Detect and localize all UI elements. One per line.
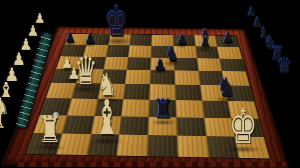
square-g3[interactable] [202, 100, 232, 117]
captured-black-bishop-2: ♝ [258, 25, 270, 40]
square-d8[interactable] [130, 34, 152, 45]
square-f4[interactable] [175, 85, 202, 101]
square-f6[interactable] [174, 58, 198, 71]
captured-black-rook-4: ♜ [271, 46, 285, 64]
captured-white-bishop-5: ♝ [0, 79, 14, 100]
square-d1[interactable] [117, 135, 148, 156]
captured-white-pawn-2: ♟ [20, 36, 33, 52]
square-e4[interactable] [149, 84, 175, 100]
captured-black-knight-3: ♞ [264, 35, 277, 52]
square-c6[interactable] [103, 57, 128, 70]
square-b7[interactable] [83, 45, 108, 57]
board-grid [24, 33, 271, 159]
captured-black-queen-5: ♛ [277, 56, 293, 77]
captured-white-pawn-4: ♟ [5, 66, 19, 84]
square-c1[interactable] [86, 134, 119, 155]
square-d5[interactable] [125, 70, 150, 84]
score-stick-knob [53, 112, 59, 118]
square-f3[interactable] [175, 100, 203, 117]
square-b1[interactable] [56, 134, 90, 155]
captured-white-rook-7: ♜ [0, 108, 7, 133]
square-c8[interactable] [108, 34, 131, 45]
captured-black-pawn-0: ♟ [247, 5, 257, 18]
captured-black-pawn-1: ♟ [253, 15, 264, 29]
square-d2[interactable] [119, 116, 149, 135]
captured-white-pawn-1: ♟ [27, 23, 39, 38]
square-g6[interactable] [197, 58, 222, 71]
square-b3[interactable] [67, 98, 97, 115]
square-c4[interactable] [97, 83, 125, 99]
square-h5[interactable] [222, 71, 250, 85]
square-e6[interactable] [150, 57, 174, 70]
square-g8[interactable] [194, 35, 217, 46]
square-f8[interactable] [173, 35, 195, 46]
square-g2[interactable] [204, 117, 235, 136]
square-c3[interactable] [94, 99, 123, 116]
square-c2[interactable] [90, 116, 121, 135]
square-h6[interactable] [219, 58, 245, 71]
square-d4[interactable] [123, 84, 150, 100]
square-c5[interactable] [100, 70, 126, 84]
square-f7[interactable] [173, 46, 196, 58]
captured-white-knight-6: ♞ [0, 94, 10, 117]
square-h3[interactable] [228, 101, 259, 119]
square-f5[interactable] [174, 71, 199, 85]
square-g5[interactable] [198, 71, 225, 85]
square-c7[interactable] [106, 45, 130, 57]
square-d3[interactable] [121, 99, 149, 116]
square-e7[interactable] [151, 46, 174, 58]
square-h2[interactable] [231, 118, 264, 137]
captured-white-pawn-0: ♟ [35, 11, 46, 25]
captured-white-pawn-3: ♟ [12, 51, 25, 68]
square-d6[interactable] [127, 57, 151, 70]
square-h8[interactable] [215, 36, 239, 47]
square-g7[interactable] [195, 46, 219, 58]
square-e5[interactable] [150, 70, 175, 84]
chess-game-scene: ♚♟♟♟♝♟♞♟♞♜♟♟♛♞♝♜♚♟♟♟♟♟♝♞♜♟♟♝♞♜♛ [0, 0, 300, 168]
square-h4[interactable] [225, 85, 254, 101]
square-f1[interactable] [177, 136, 208, 158]
square-h1[interactable] [235, 137, 270, 159]
square-b8[interactable] [86, 34, 110, 45]
square-d7[interactable] [128, 45, 151, 57]
square-e3[interactable] [149, 100, 176, 117]
square-e1[interactable] [147, 135, 178, 156]
square-e8[interactable] [151, 35, 173, 46]
square-b5[interactable] [76, 69, 103, 83]
square-h7[interactable] [217, 46, 242, 58]
square-g1[interactable] [206, 136, 239, 158]
square-b6[interactable] [80, 56, 106, 69]
square-b2[interactable] [62, 115, 94, 134]
square-g4[interactable] [200, 85, 228, 101]
square-b4[interactable] [72, 83, 101, 99]
square-f2[interactable] [176, 117, 206, 136]
board-front-edge [18, 162, 286, 167]
square-e2[interactable] [148, 117, 177, 136]
